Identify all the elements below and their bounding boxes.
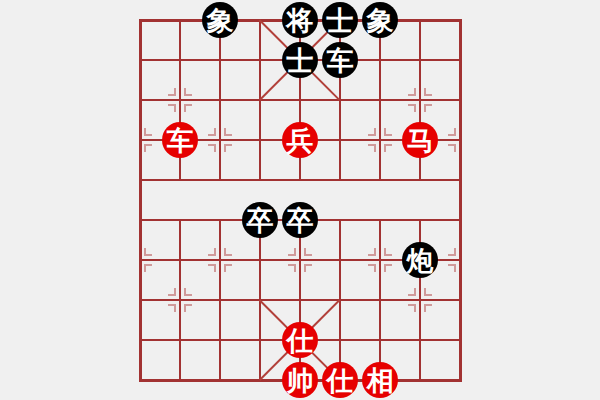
point-marker xyxy=(384,128,392,136)
point-marker xyxy=(368,144,376,152)
point-marker xyxy=(424,288,432,296)
point-marker xyxy=(224,128,232,136)
point-marker xyxy=(144,248,152,256)
point-marker xyxy=(408,88,416,96)
grid-line-vertical xyxy=(379,20,381,180)
point-marker xyxy=(384,264,392,272)
grid-line-vertical xyxy=(219,220,221,380)
point-marker xyxy=(208,144,216,152)
point-marker xyxy=(184,104,192,112)
piece-red-chariot[interactable]: 车 xyxy=(162,122,198,158)
point-marker xyxy=(304,264,312,272)
point-marker xyxy=(184,88,192,96)
piece-red-advisor[interactable]: 仕 xyxy=(322,362,358,398)
point-marker xyxy=(144,264,152,272)
point-marker xyxy=(224,264,232,272)
piece-black-cannon[interactable]: 炮 xyxy=(402,242,438,278)
point-marker xyxy=(448,144,456,152)
piece-black-elephant[interactable]: 象 xyxy=(202,2,238,38)
point-marker xyxy=(424,104,432,112)
point-marker xyxy=(208,264,216,272)
point-marker xyxy=(224,144,232,152)
point-marker xyxy=(304,248,312,256)
point-marker xyxy=(368,264,376,272)
point-marker xyxy=(208,128,216,136)
point-marker xyxy=(448,248,456,256)
grid-line-vertical xyxy=(179,220,181,380)
point-marker xyxy=(288,248,296,256)
piece-black-soldier[interactable]: 卒 xyxy=(242,202,278,238)
piece-red-soldier[interactable]: 兵 xyxy=(282,122,318,158)
xiangqi-board: 象将士象士车车兵马卒卒炮仕帅仕相 xyxy=(140,20,460,380)
point-marker xyxy=(224,248,232,256)
point-marker xyxy=(144,144,152,152)
point-marker xyxy=(448,264,456,272)
point-marker xyxy=(168,88,176,96)
piece-red-elephant[interactable]: 相 xyxy=(362,362,398,398)
point-marker xyxy=(184,288,192,296)
point-marker xyxy=(408,288,416,296)
point-marker xyxy=(408,104,416,112)
point-marker xyxy=(424,304,432,312)
piece-red-horse[interactable]: 马 xyxy=(402,122,438,158)
piece-red-general[interactable]: 帅 xyxy=(282,362,318,398)
piece-black-advisor[interactable]: 士 xyxy=(322,2,358,38)
point-marker xyxy=(184,304,192,312)
point-marker xyxy=(368,248,376,256)
point-marker xyxy=(208,248,216,256)
point-marker xyxy=(408,304,416,312)
point-marker xyxy=(288,264,296,272)
point-marker xyxy=(368,128,376,136)
piece-black-general[interactable]: 将 xyxy=(282,2,318,38)
point-marker xyxy=(448,128,456,136)
point-marker xyxy=(168,104,176,112)
point-marker xyxy=(168,288,176,296)
point-marker xyxy=(144,128,152,136)
piece-black-elephant[interactable]: 象 xyxy=(362,2,398,38)
piece-black-advisor[interactable]: 士 xyxy=(282,42,318,78)
grid-line-vertical xyxy=(379,220,381,380)
piece-red-advisor[interactable]: 仕 xyxy=(282,322,318,358)
piece-black-chariot[interactable]: 车 xyxy=(322,42,358,78)
grid-line-vertical xyxy=(219,20,221,180)
piece-black-soldier[interactable]: 卒 xyxy=(282,202,318,238)
screenshot-canvas: 象将士象士车车兵马卒卒炮仕帅仕相 xyxy=(0,0,600,400)
point-marker xyxy=(168,304,176,312)
point-marker xyxy=(384,248,392,256)
point-marker xyxy=(424,88,432,96)
point-marker xyxy=(384,144,392,152)
